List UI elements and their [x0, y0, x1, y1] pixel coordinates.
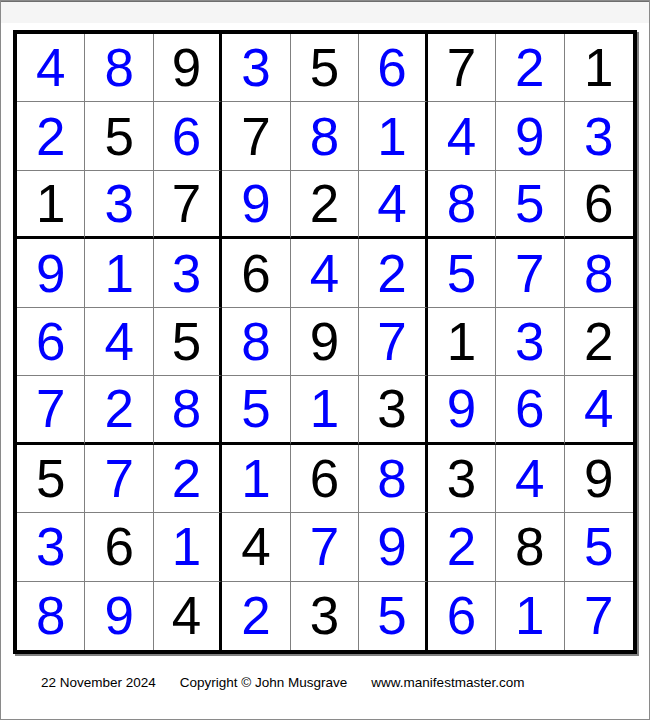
cell-r2c3: 6: [154, 102, 222, 170]
cell-r9c3: 4: [154, 582, 222, 650]
cell-r2c1: 2: [17, 102, 85, 170]
cell-r3c2: 3: [85, 171, 153, 239]
sudoku-board: 4893567212567814931379248569136425786458…: [13, 30, 637, 654]
sudoku-print-page: 4893567212567814931379248569136425786458…: [0, 0, 650, 720]
cell-r5c7: 1: [428, 308, 496, 376]
cell-r3c1: 1: [17, 171, 85, 239]
cell-r7c4: 1: [222, 445, 290, 513]
cell-r1c2: 8: [85, 34, 153, 102]
cell-r4c8: 7: [496, 239, 564, 307]
cell-r8c5: 7: [291, 513, 359, 581]
cell-r6c1: 7: [17, 376, 85, 444]
cell-r9c1: 8: [17, 582, 85, 650]
cell-r8c6: 9: [359, 513, 427, 581]
footer-date: 22 November 2024: [41, 675, 156, 690]
cell-r6c4: 5: [222, 376, 290, 444]
cell-r1c4: 3: [222, 34, 290, 102]
cell-r3c9: 6: [565, 171, 633, 239]
cell-r3c6: 4: [359, 171, 427, 239]
cell-r7c2: 7: [85, 445, 153, 513]
cell-r2c4: 7: [222, 102, 290, 170]
footer: 22 November 2024 Copyright © John Musgra…: [41, 675, 524, 690]
cell-r7c8: 4: [496, 445, 564, 513]
cell-r6c6: 3: [359, 376, 427, 444]
cell-r3c7: 8: [428, 171, 496, 239]
cell-r5c1: 6: [17, 308, 85, 376]
cell-r8c3: 1: [154, 513, 222, 581]
cell-r9c2: 9: [85, 582, 153, 650]
cell-r5c8: 3: [496, 308, 564, 376]
cell-r1c8: 2: [496, 34, 564, 102]
cell-r5c9: 2: [565, 308, 633, 376]
footer-website: www.manifestmaster.com: [371, 675, 524, 690]
cell-r2c2: 5: [85, 102, 153, 170]
cell-r1c7: 7: [428, 34, 496, 102]
cell-r2c5: 8: [291, 102, 359, 170]
cell-r5c2: 4: [85, 308, 153, 376]
cell-r7c5: 6: [291, 445, 359, 513]
cell-r6c9: 4: [565, 376, 633, 444]
cell-r8c4: 4: [222, 513, 290, 581]
cell-r5c5: 9: [291, 308, 359, 376]
top-bar: [1, 1, 649, 23]
cell-r9c4: 2: [222, 582, 290, 650]
footer-copyright: Copyright © John Musgrave: [180, 675, 348, 690]
cell-r9c5: 3: [291, 582, 359, 650]
cell-r5c4: 8: [222, 308, 290, 376]
cell-r4c7: 5: [428, 239, 496, 307]
cell-r4c5: 4: [291, 239, 359, 307]
cell-r5c3: 5: [154, 308, 222, 376]
cell-r7c6: 8: [359, 445, 427, 513]
cell-r1c3: 9: [154, 34, 222, 102]
cell-r9c7: 6: [428, 582, 496, 650]
cell-r8c8: 8: [496, 513, 564, 581]
cell-r8c2: 6: [85, 513, 153, 581]
cell-r1c5: 5: [291, 34, 359, 102]
cell-r4c1: 9: [17, 239, 85, 307]
cell-r6c3: 8: [154, 376, 222, 444]
cell-r6c2: 2: [85, 376, 153, 444]
cell-r4c6: 2: [359, 239, 427, 307]
cell-r2c7: 4: [428, 102, 496, 170]
cell-r7c7: 3: [428, 445, 496, 513]
cell-r3c8: 5: [496, 171, 564, 239]
cell-r9c6: 5: [359, 582, 427, 650]
cell-r6c5: 1: [291, 376, 359, 444]
cell-r7c9: 9: [565, 445, 633, 513]
cell-r9c8: 1: [496, 582, 564, 650]
cell-r6c8: 6: [496, 376, 564, 444]
cell-r1c9: 1: [565, 34, 633, 102]
cell-r4c4: 6: [222, 239, 290, 307]
cell-r8c1: 3: [17, 513, 85, 581]
cell-r3c3: 7: [154, 171, 222, 239]
cell-r1c6: 6: [359, 34, 427, 102]
cell-r9c9: 7: [565, 582, 633, 650]
cell-r4c3: 3: [154, 239, 222, 307]
cell-r4c2: 1: [85, 239, 153, 307]
cell-r7c3: 2: [154, 445, 222, 513]
cell-r3c5: 2: [291, 171, 359, 239]
cell-r8c7: 2: [428, 513, 496, 581]
cell-r2c6: 1: [359, 102, 427, 170]
cell-r5c6: 7: [359, 308, 427, 376]
cell-r6c7: 9: [428, 376, 496, 444]
cell-r4c9: 8: [565, 239, 633, 307]
cell-r7c1: 5: [17, 445, 85, 513]
cell-r8c9: 5: [565, 513, 633, 581]
cell-r2c8: 9: [496, 102, 564, 170]
cell-r2c9: 3: [565, 102, 633, 170]
cell-r1c1: 4: [17, 34, 85, 102]
cell-r3c4: 9: [222, 171, 290, 239]
